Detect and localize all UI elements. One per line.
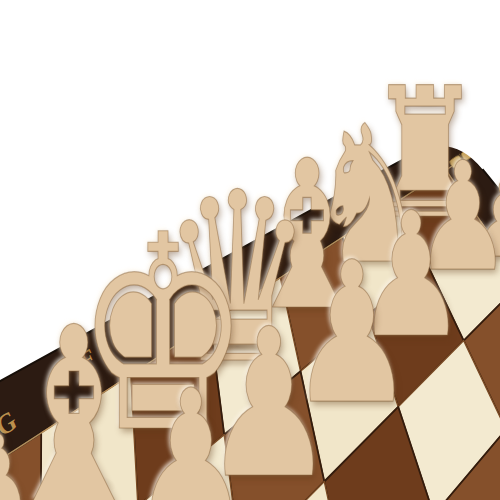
white-pawn-partial[interactable]: ♟ xyxy=(0,422,32,500)
white-pawn[interactable]: ♟ xyxy=(131,366,250,500)
photo-scene: FG ♜♟♞♟♝♟♛♟♚♟♝♟♟ xyxy=(0,0,500,500)
